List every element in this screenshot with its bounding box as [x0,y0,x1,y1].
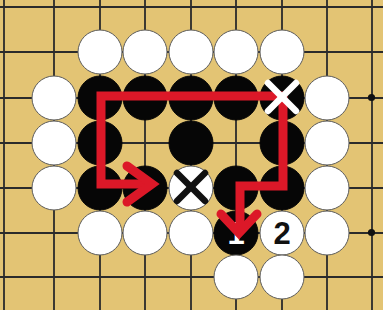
stone-black [214,166,259,211]
stone-white [32,166,77,211]
stone-white [169,30,214,75]
stone-black [123,166,168,211]
stones-layer: 12 [0,0,383,310]
stone-black [169,121,214,166]
stone-white [32,76,77,121]
stone-white [305,211,350,256]
stone-white [214,255,259,300]
stone-white [305,76,350,121]
stone-white [214,30,259,75]
stone-white [305,121,350,166]
move-label-1: 1 [227,218,244,249]
stone-black [123,76,168,121]
stone-white [260,30,305,75]
stone-black: 1 [214,211,259,256]
stone-black [169,76,214,121]
stone-black [78,76,123,121]
stone-white [260,255,305,300]
stone-white [123,30,168,75]
stone-black [78,166,123,211]
stone-white [32,121,77,166]
go-diagram: 12 [0,0,383,310]
move-label-2: 2 [273,218,290,249]
stone-black [78,121,123,166]
stone-white [78,30,123,75]
stone-white [305,166,350,211]
stone-black [214,76,259,121]
go-board: 12 [0,0,383,310]
stone-white [78,211,123,256]
stone-black [260,121,305,166]
stone-white [123,211,168,256]
stone-black [260,166,305,211]
stone-white [169,166,214,211]
stone-white: 2 [260,211,305,256]
stone-white [169,211,214,256]
stone-black [260,76,305,121]
